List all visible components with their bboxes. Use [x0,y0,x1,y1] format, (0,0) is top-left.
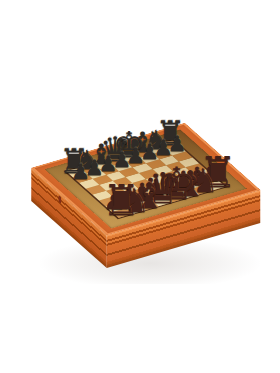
box-latch [59,195,61,203]
chess-set-photo: ♜♞♝♛♚♝♞♜♟♟♟♟♟♟♟♟♟♟♟♟♟♟♟♟♜♞♝♛♚♝♞♜ [0,0,280,373]
